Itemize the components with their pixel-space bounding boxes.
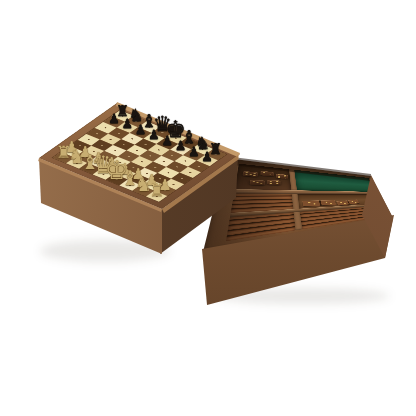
chess-piece-black-rook: ♜ [207, 142, 224, 157]
chess-piece-white-knight: ♞ [66, 147, 87, 166]
chess-piece-white-pawn: ♟ [143, 173, 160, 188]
chess-piece-white-pawn: ♟ [157, 178, 174, 193]
chess-piece-white-bishop: ♝ [79, 152, 101, 172]
chess-piece-black-pawn: ♟ [160, 134, 174, 147]
chess-piece-white-pawn: ♟ [130, 167, 147, 182]
chess-piece-black-pawn: ♟ [173, 139, 187, 152]
chess-piece-white-pawn: ♟ [64, 140, 81, 155]
chess-piece-white-pawn: ♟ [103, 156, 120, 171]
chess-pieces-layer: ♜♞♝♛♚♝♞♜♟♟♟♟♟♟♟♟♟♟♟♟♟♟♟♟♜♞♝♛♚♝♞♜ [0, 0, 416, 416]
chess-piece-white-knight: ♞ [133, 175, 154, 194]
chess-piece-black-pawn: ♟ [200, 150, 214, 163]
chess-piece-white-bishop: ♝ [119, 168, 141, 188]
chess-piece-white-rook: ♜ [54, 144, 73, 161]
chess-piece-black-knight: ♞ [193, 135, 212, 152]
chess-piece-black-queen: ♛ [151, 114, 174, 135]
chess-piece-black-king: ♚ [163, 118, 188, 141]
chess-piece-black-pawn: ♟ [147, 128, 161, 141]
chess-piece-black-bishop: ♝ [179, 128, 199, 146]
chess-piece-black-rook: ♜ [114, 104, 131, 119]
chess-piece-white-pawn: ♟ [77, 145, 94, 160]
chess-piece-black-pawn: ♟ [187, 145, 201, 158]
chess-piece-black-knight: ♞ [126, 107, 145, 124]
chess-piece-white-rook: ♜ [147, 182, 166, 199]
chess-piece-white-king: ♚ [102, 157, 131, 183]
chess-piece-white-queen: ♛ [90, 153, 116, 177]
chess-piece-black-bishop: ♝ [139, 112, 159, 130]
chess-piece-white-pawn: ♟ [90, 151, 107, 166]
product-photo: Handmade wooden travel games box: pegged… [0, 0, 416, 416]
chess-piece-black-pawn: ♟ [133, 123, 147, 136]
chess-piece-black-pawn: ♟ [107, 112, 121, 125]
chess-piece-black-pawn: ♟ [120, 117, 134, 130]
chess-piece-white-pawn: ♟ [117, 162, 134, 177]
